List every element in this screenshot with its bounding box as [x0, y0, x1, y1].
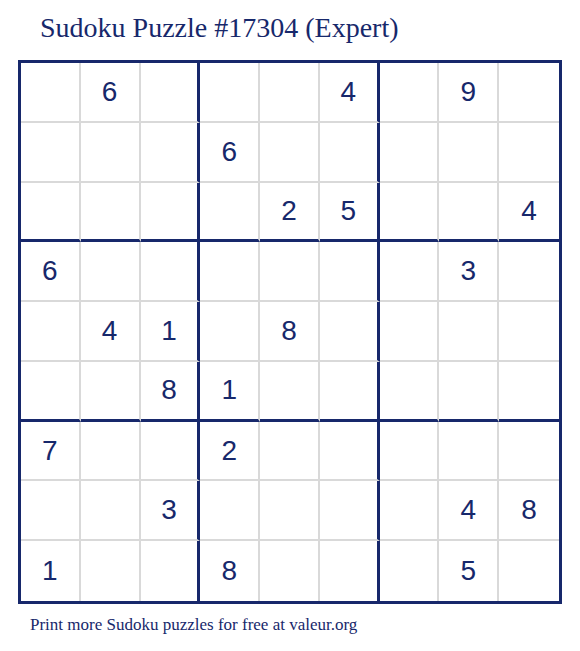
sudoku-cell-r1c5 — [260, 63, 320, 123]
sudoku-cell-r2c6 — [320, 123, 380, 183]
sudoku-cell-r2c2 — [81, 123, 141, 183]
sudoku-cell-r8c8: 4 — [439, 481, 499, 541]
sudoku-cell-r4c5 — [260, 242, 320, 302]
sudoku-cell-r6c2 — [81, 362, 141, 422]
sudoku-cell-r5c8 — [439, 302, 499, 362]
sudoku-cell-r5c9 — [499, 302, 559, 362]
sudoku-cell-r6c3: 8 — [141, 362, 201, 422]
sudoku-cell-r9c9 — [499, 541, 559, 601]
sudoku-cell-r3c2 — [81, 183, 141, 243]
sudoku-cell-r8c7 — [380, 481, 440, 541]
sudoku-cell-r2c8 — [439, 123, 499, 183]
sudoku-cell-r1c4 — [200, 63, 260, 123]
sudoku-cell-r8c6 — [320, 481, 380, 541]
sudoku-cell-r7c1: 7 — [21, 422, 81, 482]
sudoku-cell-r6c8 — [439, 362, 499, 422]
sudoku-cell-r2c1 — [21, 123, 81, 183]
sudoku-cell-r7c8 — [439, 422, 499, 482]
sudoku-cell-r7c2 — [81, 422, 141, 482]
sudoku-cell-r4c7 — [380, 242, 440, 302]
sudoku-cell-r9c4: 8 — [200, 541, 260, 601]
sudoku-cell-r7c6 — [320, 422, 380, 482]
sudoku-cell-r6c7 — [380, 362, 440, 422]
sudoku-cell-r9c5 — [260, 541, 320, 601]
sudoku-cell-r1c3 — [141, 63, 201, 123]
sudoku-cell-r6c4: 1 — [200, 362, 260, 422]
sudoku-cell-r6c5 — [260, 362, 320, 422]
sudoku-cell-r7c5 — [260, 422, 320, 482]
sudoku-cell-r1c1 — [21, 63, 81, 123]
sudoku-cell-r8c3: 3 — [141, 481, 201, 541]
sudoku-cell-r5c6 — [320, 302, 380, 362]
sudoku-cell-r7c9 — [499, 422, 559, 482]
sudoku-cell-r5c5: 8 — [260, 302, 320, 362]
sudoku-cell-r9c2 — [81, 541, 141, 601]
sudoku-cell-r5c7 — [380, 302, 440, 362]
sudoku-cell-r8c2 — [81, 481, 141, 541]
sudoku-cell-r4c9 — [499, 242, 559, 302]
sudoku-cell-r7c4: 2 — [200, 422, 260, 482]
sudoku-cell-r7c7 — [380, 422, 440, 482]
sudoku-cell-r6c6 — [320, 362, 380, 422]
sudoku-cell-r9c6 — [320, 541, 380, 601]
sudoku-cell-r3c9: 4 — [499, 183, 559, 243]
footer-text: Print more Sudoku puzzles for free at va… — [30, 615, 357, 635]
sudoku-cell-r5c3: 1 — [141, 302, 201, 362]
sudoku-cell-r8c1 — [21, 481, 81, 541]
sudoku-cell-r9c1: 1 — [21, 541, 81, 601]
sudoku-cell-r7c3 — [141, 422, 201, 482]
sudoku-cell-r2c3 — [141, 123, 201, 183]
sudoku-cell-r3c3 — [141, 183, 201, 243]
sudoku-cell-r4c2 — [81, 242, 141, 302]
sudoku-cell-r8c5 — [260, 481, 320, 541]
sudoku-cell-r3c1 — [21, 183, 81, 243]
sudoku-cell-r4c4 — [200, 242, 260, 302]
sudoku-cell-r3c5: 2 — [260, 183, 320, 243]
sudoku-cell-r4c8: 3 — [439, 242, 499, 302]
sudoku-cell-r2c5 — [260, 123, 320, 183]
sudoku-cell-r3c8 — [439, 183, 499, 243]
page-title: Sudoku Puzzle #17304 (Expert) — [40, 12, 399, 44]
sudoku-cell-r1c7 — [380, 63, 440, 123]
sudoku-board: 6496254634188172348185 — [18, 60, 562, 604]
sudoku-cell-r2c4: 6 — [200, 123, 260, 183]
sudoku-cell-r5c2: 4 — [81, 302, 141, 362]
sudoku-cell-r3c7 — [380, 183, 440, 243]
sudoku-cell-r3c6: 5 — [320, 183, 380, 243]
sudoku-cell-r9c7 — [380, 541, 440, 601]
sudoku-cell-r4c6 — [320, 242, 380, 302]
sudoku-cell-r6c1 — [21, 362, 81, 422]
sudoku-cell-r6c9 — [499, 362, 559, 422]
sudoku-cell-r1c6: 4 — [320, 63, 380, 123]
sudoku-cell-r9c3 — [141, 541, 201, 601]
sudoku-cell-r2c9 — [499, 123, 559, 183]
sudoku-cell-r1c2: 6 — [81, 63, 141, 123]
sudoku-cell-r5c1 — [21, 302, 81, 362]
sudoku-cell-r8c4 — [200, 481, 260, 541]
sudoku-cell-r4c1: 6 — [21, 242, 81, 302]
sudoku-cell-r9c8: 5 — [439, 541, 499, 601]
sudoku-cell-r5c4 — [200, 302, 260, 362]
sudoku-cell-r4c3 — [141, 242, 201, 302]
sudoku-cell-r8c9: 8 — [499, 481, 559, 541]
sudoku-page: Sudoku Puzzle #17304 (Expert) 6496254634… — [0, 0, 580, 651]
sudoku-cell-r2c7 — [380, 123, 440, 183]
sudoku-cell-r1c8: 9 — [439, 63, 499, 123]
sudoku-cell-r1c9 — [499, 63, 559, 123]
sudoku-cell-r3c4 — [200, 183, 260, 243]
